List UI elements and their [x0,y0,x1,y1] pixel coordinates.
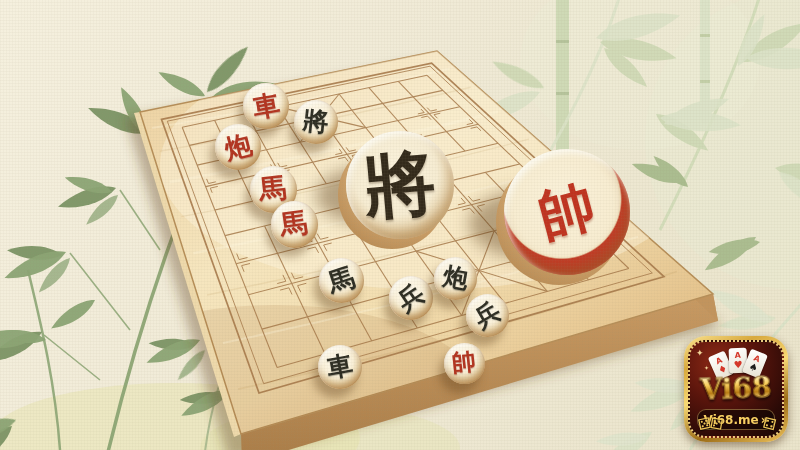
piece-black-馬[interactable]: 馬 [319,258,364,303]
piece-glyph: 馬 [279,209,310,240]
piece-red-炮[interactable]: 炮 [215,124,261,170]
piece-black-兵[interactable]: 兵 [466,294,509,337]
piece-red-馬[interactable]: 馬 [271,201,318,248]
piece-glyph: 帥 [451,350,477,376]
logo-brand-text: Vi68 [689,370,782,406]
piece-black-炮[interactable]: 炮 [434,257,477,300]
oversized-piece-red-帥: 帥 [504,149,630,275]
piece-glyph: 車 [251,91,282,122]
piece-glyph: 炮 [222,131,254,163]
piece-glyph: 兵 [470,298,504,332]
die-icon: ⚃ [761,414,778,435]
vi68-logo-panel: ✦ ✦ A♦A♥A♠ Vi68 Vi68.me » ⚄⚂⚃ [688,340,784,438]
piece-face: 將 [346,131,454,239]
piece-glyph: 車 [325,352,355,382]
scene: 車將炮馬馬馬兵炮兵車帥將帥 ✦ ✦ A♦A♥A♠ Vi68 Vi68.me » … [0,0,800,450]
piece-glyph: 馬 [258,174,288,204]
piece-red-車[interactable]: 車 [243,83,289,129]
vi68-logo[interactable]: ✦ ✦ A♦A♥A♠ Vi68 Vi68.me » ⚄⚂⚃ [684,336,788,442]
piece-glyph: 帥 [533,178,601,246]
piece-glyph: 將 [302,108,330,136]
die-icon: ⚂ [709,414,725,434]
piece-black-兵[interactable]: 兵 [389,276,433,320]
piece-face: 帥 [504,149,630,275]
piece-glyph: 馬 [325,264,358,297]
piece-glyph: 炮 [441,264,470,293]
oversized-piece-black-將: 將 [346,131,454,239]
piece-black-車[interactable]: 車 [318,345,362,389]
piece-red-帥[interactable]: 帥 [444,343,485,384]
piece-glyph: 兵 [393,280,428,315]
piece-glyph: 將 [361,146,438,223]
piece-black-將[interactable]: 將 [294,100,338,144]
card-suit-icon: ♥ [733,359,742,369]
